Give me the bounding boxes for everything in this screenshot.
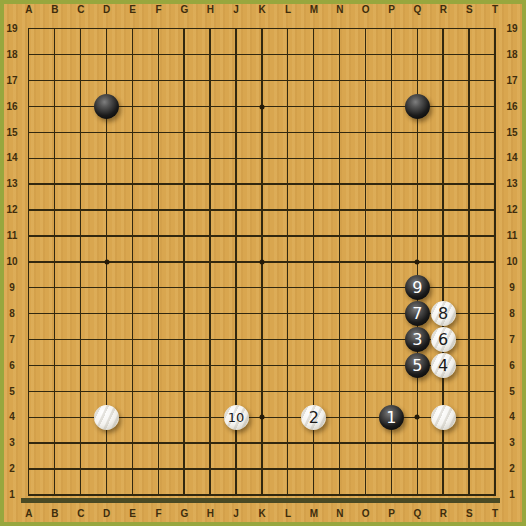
intersection-H13[interactable] <box>197 171 223 197</box>
intersection-O2[interactable] <box>353 456 379 482</box>
intersection-E19[interactable] <box>120 16 146 42</box>
intersection-A1[interactable] <box>16 482 42 508</box>
intersection-N19[interactable] <box>327 16 353 42</box>
intersection-N18[interactable] <box>327 42 353 68</box>
intersection-M3[interactable] <box>301 430 327 456</box>
intersection-O19[interactable] <box>353 16 379 42</box>
intersection-J5[interactable] <box>223 378 249 404</box>
intersection-B16[interactable] <box>42 94 68 120</box>
intersection-H6[interactable] <box>197 353 223 379</box>
move-3-stone-black-Q7[interactable]: 3 <box>405 327 430 352</box>
intersection-Q2[interactable] <box>404 456 430 482</box>
intersection-O10[interactable] <box>353 249 379 275</box>
intersection-N8[interactable] <box>327 301 353 327</box>
move-6-stone-white-R7[interactable]: 6 <box>431 327 456 352</box>
intersection-N9[interactable] <box>327 275 353 301</box>
intersection-M18[interactable] <box>301 42 327 68</box>
intersection-C9[interactable] <box>68 275 94 301</box>
intersection-B5[interactable] <box>42 378 68 404</box>
intersection-M10[interactable] <box>301 249 327 275</box>
intersection-B3[interactable] <box>42 430 68 456</box>
intersection-O15[interactable] <box>353 120 379 146</box>
intersection-P8[interactable] <box>378 301 404 327</box>
stone-white-R4[interactable] <box>431 405 456 430</box>
intersection-A10[interactable] <box>16 249 42 275</box>
intersection-N17[interactable] <box>327 68 353 94</box>
intersection-J12[interactable] <box>223 197 249 223</box>
intersection-T8[interactable] <box>482 301 508 327</box>
intersection-B15[interactable] <box>42 120 68 146</box>
intersection-P2[interactable] <box>378 456 404 482</box>
intersection-R8[interactable]: 8 <box>430 301 456 327</box>
intersection-N3[interactable] <box>327 430 353 456</box>
intersection-G15[interactable] <box>171 120 197 146</box>
intersection-F5[interactable] <box>145 378 171 404</box>
intersection-E8[interactable] <box>120 301 146 327</box>
intersection-H2[interactable] <box>197 456 223 482</box>
intersection-M4[interactable]: 2 <box>301 404 327 430</box>
intersection-N13[interactable] <box>327 171 353 197</box>
intersection-G5[interactable] <box>171 378 197 404</box>
intersection-H11[interactable] <box>197 223 223 249</box>
intersection-O14[interactable] <box>353 145 379 171</box>
intersection-B10[interactable] <box>42 249 68 275</box>
intersection-F19[interactable] <box>145 16 171 42</box>
intersection-G18[interactable] <box>171 42 197 68</box>
intersection-G17[interactable] <box>171 68 197 94</box>
intersection-S19[interactable] <box>456 16 482 42</box>
intersection-Q8[interactable]: 7 <box>404 301 430 327</box>
intersection-K12[interactable] <box>249 197 275 223</box>
intersection-L12[interactable] <box>275 197 301 223</box>
intersection-T17[interactable] <box>482 68 508 94</box>
intersection-M12[interactable] <box>301 197 327 223</box>
intersection-B13[interactable] <box>42 171 68 197</box>
intersection-M7[interactable] <box>301 327 327 353</box>
intersection-P11[interactable] <box>378 223 404 249</box>
intersection-P18[interactable] <box>378 42 404 68</box>
intersection-O1[interactable] <box>353 482 379 508</box>
intersection-C1[interactable] <box>68 482 94 508</box>
move-9-stone-black-Q9[interactable]: 9 <box>405 275 430 300</box>
intersection-L13[interactable] <box>275 171 301 197</box>
intersection-C6[interactable] <box>68 353 94 379</box>
intersection-T1[interactable] <box>482 482 508 508</box>
intersection-Q3[interactable] <box>404 430 430 456</box>
intersection-A13[interactable] <box>16 171 42 197</box>
intersection-P4[interactable]: 1 <box>378 404 404 430</box>
intersection-O9[interactable] <box>353 275 379 301</box>
intersection-P7[interactable] <box>378 327 404 353</box>
intersection-L17[interactable] <box>275 68 301 94</box>
intersection-C3[interactable] <box>68 430 94 456</box>
intersection-K8[interactable] <box>249 301 275 327</box>
intersection-J14[interactable] <box>223 145 249 171</box>
intersection-C19[interactable] <box>68 16 94 42</box>
intersection-K7[interactable] <box>249 327 275 353</box>
intersection-R17[interactable] <box>430 68 456 94</box>
intersection-A5[interactable] <box>16 378 42 404</box>
intersection-E13[interactable] <box>120 171 146 197</box>
move-5-stone-black-Q6[interactable]: 5 <box>405 353 430 378</box>
intersection-M1[interactable] <box>301 482 327 508</box>
intersection-D12[interactable] <box>94 197 120 223</box>
intersection-D1[interactable] <box>94 482 120 508</box>
intersection-M6[interactable] <box>301 353 327 379</box>
intersection-Q11[interactable] <box>404 223 430 249</box>
intersection-C18[interactable] <box>68 42 94 68</box>
move-1-stone-black-P4[interactable]: 1 <box>379 405 404 430</box>
intersection-K17[interactable] <box>249 68 275 94</box>
intersection-S4[interactable] <box>456 404 482 430</box>
intersection-F13[interactable] <box>145 171 171 197</box>
intersection-F7[interactable] <box>145 327 171 353</box>
intersection-T14[interactable] <box>482 145 508 171</box>
intersection-S11[interactable] <box>456 223 482 249</box>
intersection-C4[interactable] <box>68 404 94 430</box>
intersection-B9[interactable] <box>42 275 68 301</box>
intersection-R1[interactable] <box>430 482 456 508</box>
intersection-M9[interactable] <box>301 275 327 301</box>
intersection-F3[interactable] <box>145 430 171 456</box>
intersection-B4[interactable] <box>42 404 68 430</box>
intersection-D10[interactable] <box>94 249 120 275</box>
intersection-A7[interactable] <box>16 327 42 353</box>
stone-black-Q16[interactable] <box>405 94 430 119</box>
intersection-D4[interactable] <box>94 404 120 430</box>
intersection-R12[interactable] <box>430 197 456 223</box>
intersection-O5[interactable] <box>353 378 379 404</box>
intersection-L3[interactable] <box>275 430 301 456</box>
intersection-L15[interactable] <box>275 120 301 146</box>
intersection-P12[interactable] <box>378 197 404 223</box>
intersection-N11[interactable] <box>327 223 353 249</box>
intersection-H16[interactable] <box>197 94 223 120</box>
intersection-A16[interactable] <box>16 94 42 120</box>
intersection-G13[interactable] <box>171 171 197 197</box>
intersection-H15[interactable] <box>197 120 223 146</box>
intersection-O17[interactable] <box>353 68 379 94</box>
intersection-E9[interactable] <box>120 275 146 301</box>
intersection-Q18[interactable] <box>404 42 430 68</box>
intersection-T10[interactable] <box>482 249 508 275</box>
intersection-R14[interactable] <box>430 145 456 171</box>
intersection-H19[interactable] <box>197 16 223 42</box>
intersection-J1[interactable] <box>223 482 249 508</box>
intersection-H17[interactable] <box>197 68 223 94</box>
intersection-A2[interactable] <box>16 456 42 482</box>
intersection-Q19[interactable] <box>404 16 430 42</box>
intersection-O8[interactable] <box>353 301 379 327</box>
intersection-K10[interactable] <box>249 249 275 275</box>
intersection-M14[interactable] <box>301 145 327 171</box>
intersection-N1[interactable] <box>327 482 353 508</box>
intersection-A9[interactable] <box>16 275 42 301</box>
intersection-N2[interactable] <box>327 456 353 482</box>
intersection-G3[interactable] <box>171 430 197 456</box>
intersection-Q14[interactable] <box>404 145 430 171</box>
intersection-D16[interactable] <box>94 94 120 120</box>
stone-white-D4[interactable] <box>94 405 119 430</box>
intersection-Q16[interactable] <box>404 94 430 120</box>
intersection-T19[interactable] <box>482 16 508 42</box>
intersection-J2[interactable] <box>223 456 249 482</box>
intersection-S2[interactable] <box>456 456 482 482</box>
intersection-L5[interactable] <box>275 378 301 404</box>
intersection-Q12[interactable] <box>404 197 430 223</box>
intersection-F12[interactable] <box>145 197 171 223</box>
intersection-M2[interactable] <box>301 456 327 482</box>
intersection-B11[interactable] <box>42 223 68 249</box>
intersection-B12[interactable] <box>42 197 68 223</box>
intersection-K14[interactable] <box>249 145 275 171</box>
intersection-E14[interactable] <box>120 145 146 171</box>
move-7-stone-black-Q8[interactable]: 7 <box>405 301 430 326</box>
intersection-L19[interactable] <box>275 16 301 42</box>
intersection-E4[interactable] <box>120 404 146 430</box>
intersection-D8[interactable] <box>94 301 120 327</box>
intersection-K6[interactable] <box>249 353 275 379</box>
intersection-N16[interactable] <box>327 94 353 120</box>
intersection-E12[interactable] <box>120 197 146 223</box>
intersection-F16[interactable] <box>145 94 171 120</box>
intersection-O6[interactable] <box>353 353 379 379</box>
intersection-O4[interactable] <box>353 404 379 430</box>
intersection-M15[interactable] <box>301 120 327 146</box>
intersection-P5[interactable] <box>378 378 404 404</box>
intersection-K5[interactable] <box>249 378 275 404</box>
intersection-B17[interactable] <box>42 68 68 94</box>
intersection-J17[interactable] <box>223 68 249 94</box>
intersection-F8[interactable] <box>145 301 171 327</box>
intersection-J4[interactable]: 10 <box>223 404 249 430</box>
intersection-L6[interactable] <box>275 353 301 379</box>
intersection-J9[interactable] <box>223 275 249 301</box>
intersection-R10[interactable] <box>430 249 456 275</box>
intersection-O3[interactable] <box>353 430 379 456</box>
intersection-R6[interactable]: 4 <box>430 353 456 379</box>
intersection-Q9[interactable]: 9 <box>404 275 430 301</box>
intersection-C11[interactable] <box>68 223 94 249</box>
intersection-C5[interactable] <box>68 378 94 404</box>
move-8-stone-white-R8[interactable]: 8 <box>431 301 456 326</box>
intersection-A18[interactable] <box>16 42 42 68</box>
intersection-S15[interactable] <box>456 120 482 146</box>
intersection-F4[interactable] <box>145 404 171 430</box>
intersection-F1[interactable] <box>145 482 171 508</box>
intersection-E6[interactable] <box>120 353 146 379</box>
intersection-G1[interactable] <box>171 482 197 508</box>
intersection-O11[interactable] <box>353 223 379 249</box>
intersection-E1[interactable] <box>120 482 146 508</box>
intersection-O18[interactable] <box>353 42 379 68</box>
move-4-stone-white-R6[interactable]: 4 <box>431 353 456 378</box>
intersection-G12[interactable] <box>171 197 197 223</box>
intersection-J16[interactable] <box>223 94 249 120</box>
intersection-C13[interactable] <box>68 171 94 197</box>
intersection-G11[interactable] <box>171 223 197 249</box>
intersection-R13[interactable] <box>430 171 456 197</box>
intersection-T11[interactable] <box>482 223 508 249</box>
intersection-L7[interactable] <box>275 327 301 353</box>
intersection-T4[interactable] <box>482 404 508 430</box>
intersection-B14[interactable] <box>42 145 68 171</box>
intersection-N6[interactable] <box>327 353 353 379</box>
intersection-B8[interactable] <box>42 301 68 327</box>
intersection-D18[interactable] <box>94 42 120 68</box>
intersection-P19[interactable] <box>378 16 404 42</box>
intersection-D9[interactable] <box>94 275 120 301</box>
intersection-O7[interactable] <box>353 327 379 353</box>
intersection-E10[interactable] <box>120 249 146 275</box>
intersection-C10[interactable] <box>68 249 94 275</box>
intersection-S7[interactable] <box>456 327 482 353</box>
intersection-O16[interactable] <box>353 94 379 120</box>
intersection-K1[interactable] <box>249 482 275 508</box>
intersection-E5[interactable] <box>120 378 146 404</box>
intersection-D3[interactable] <box>94 430 120 456</box>
intersection-G14[interactable] <box>171 145 197 171</box>
intersection-Q1[interactable] <box>404 482 430 508</box>
intersection-C7[interactable] <box>68 327 94 353</box>
intersection-E15[interactable] <box>120 120 146 146</box>
intersection-H14[interactable] <box>197 145 223 171</box>
intersection-N12[interactable] <box>327 197 353 223</box>
intersection-G2[interactable] <box>171 456 197 482</box>
intersection-N5[interactable] <box>327 378 353 404</box>
intersection-A11[interactable] <box>16 223 42 249</box>
intersection-P3[interactable] <box>378 430 404 456</box>
intersection-P13[interactable] <box>378 171 404 197</box>
intersection-P10[interactable] <box>378 249 404 275</box>
intersection-M13[interactable] <box>301 171 327 197</box>
intersection-C14[interactable] <box>68 145 94 171</box>
intersection-T15[interactable] <box>482 120 508 146</box>
intersection-A8[interactable] <box>16 301 42 327</box>
intersection-L11[interactable] <box>275 223 301 249</box>
intersection-G6[interactable] <box>171 353 197 379</box>
intersection-L10[interactable] <box>275 249 301 275</box>
intersection-T7[interactable] <box>482 327 508 353</box>
intersection-S5[interactable] <box>456 378 482 404</box>
intersection-Q10[interactable] <box>404 249 430 275</box>
intersection-A17[interactable] <box>16 68 42 94</box>
intersection-S8[interactable] <box>456 301 482 327</box>
intersection-A6[interactable] <box>16 353 42 379</box>
intersection-L1[interactable] <box>275 482 301 508</box>
intersection-T12[interactable] <box>482 197 508 223</box>
intersection-D13[interactable] <box>94 171 120 197</box>
intersection-R11[interactable] <box>430 223 456 249</box>
intersection-J15[interactable] <box>223 120 249 146</box>
intersection-P15[interactable] <box>378 120 404 146</box>
intersection-C16[interactable] <box>68 94 94 120</box>
intersection-K15[interactable] <box>249 120 275 146</box>
intersection-K4[interactable] <box>249 404 275 430</box>
intersection-B19[interactable] <box>42 16 68 42</box>
intersection-Q7[interactable]: 3 <box>404 327 430 353</box>
intersection-Q13[interactable] <box>404 171 430 197</box>
intersection-T18[interactable] <box>482 42 508 68</box>
intersection-R16[interactable] <box>430 94 456 120</box>
intersection-M19[interactable] <box>301 16 327 42</box>
intersection-L8[interactable] <box>275 301 301 327</box>
intersection-A19[interactable] <box>16 16 42 42</box>
intersection-M17[interactable] <box>301 68 327 94</box>
intersection-D11[interactable] <box>94 223 120 249</box>
intersection-L4[interactable] <box>275 404 301 430</box>
intersection-S1[interactable] <box>456 482 482 508</box>
intersection-F11[interactable] <box>145 223 171 249</box>
intersection-J8[interactable] <box>223 301 249 327</box>
intersection-K11[interactable] <box>249 223 275 249</box>
intersection-Q4[interactable] <box>404 404 430 430</box>
intersection-F17[interactable] <box>145 68 171 94</box>
intersection-K3[interactable] <box>249 430 275 456</box>
intersection-K16[interactable] <box>249 94 275 120</box>
intersection-Q15[interactable] <box>404 120 430 146</box>
intersection-H10[interactable] <box>197 249 223 275</box>
intersection-G8[interactable] <box>171 301 197 327</box>
intersection-E16[interactable] <box>120 94 146 120</box>
intersection-S10[interactable] <box>456 249 482 275</box>
intersection-J10[interactable] <box>223 249 249 275</box>
intersection-H1[interactable] <box>197 482 223 508</box>
intersection-F10[interactable] <box>145 249 171 275</box>
intersection-F14[interactable] <box>145 145 171 171</box>
intersection-T2[interactable] <box>482 456 508 482</box>
intersection-K2[interactable] <box>249 456 275 482</box>
intersection-M8[interactable] <box>301 301 327 327</box>
intersection-G4[interactable] <box>171 404 197 430</box>
intersection-L16[interactable] <box>275 94 301 120</box>
intersection-E7[interactable] <box>120 327 146 353</box>
intersection-R9[interactable] <box>430 275 456 301</box>
intersection-L18[interactable] <box>275 42 301 68</box>
intersection-C15[interactable] <box>68 120 94 146</box>
intersection-D14[interactable] <box>94 145 120 171</box>
intersection-P6[interactable] <box>378 353 404 379</box>
intersection-A15[interactable] <box>16 120 42 146</box>
intersection-T16[interactable] <box>482 94 508 120</box>
intersection-H8[interactable] <box>197 301 223 327</box>
intersection-R7[interactable]: 6 <box>430 327 456 353</box>
intersection-O12[interactable] <box>353 197 379 223</box>
intersection-T6[interactable] <box>482 353 508 379</box>
intersection-F18[interactable] <box>145 42 171 68</box>
intersection-F2[interactable] <box>145 456 171 482</box>
goban-grid[interactable]: 97836541021 <box>16 16 508 508</box>
intersection-H4[interactable] <box>197 404 223 430</box>
intersection-H12[interactable] <box>197 197 223 223</box>
intersection-A14[interactable] <box>16 145 42 171</box>
intersection-S3[interactable] <box>456 430 482 456</box>
intersection-R4[interactable] <box>430 404 456 430</box>
move-10-stone-white-J4[interactable]: 10 <box>224 405 249 430</box>
intersection-J7[interactable] <box>223 327 249 353</box>
intersection-A12[interactable] <box>16 197 42 223</box>
intersection-E2[interactable] <box>120 456 146 482</box>
intersection-C2[interactable] <box>68 456 94 482</box>
intersection-S16[interactable] <box>456 94 482 120</box>
intersection-P9[interactable] <box>378 275 404 301</box>
intersection-D7[interactable] <box>94 327 120 353</box>
intersection-P16[interactable] <box>378 94 404 120</box>
intersection-K19[interactable] <box>249 16 275 42</box>
intersection-E3[interactable] <box>120 430 146 456</box>
intersection-F6[interactable] <box>145 353 171 379</box>
intersection-J6[interactable] <box>223 353 249 379</box>
